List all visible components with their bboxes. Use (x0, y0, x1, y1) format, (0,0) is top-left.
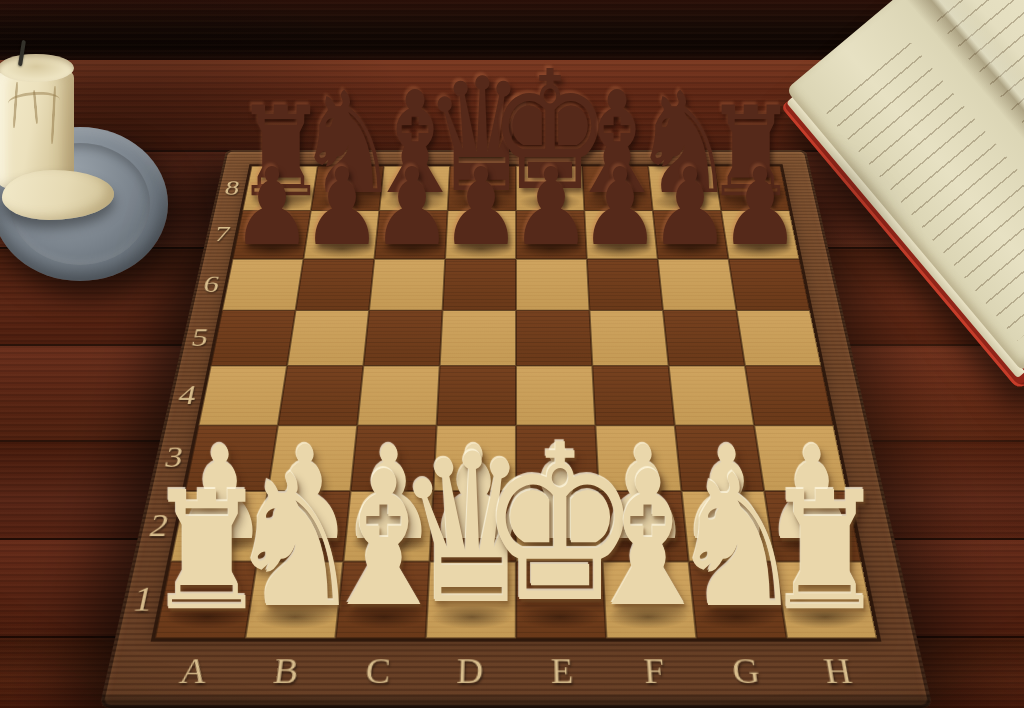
piece-black-pawn-g7[interactable]: ♟ (650, 154, 731, 261)
piece-black-pawn-f7[interactable]: ♟ (580, 154, 661, 261)
pieces-layer: ♜♞♝♛♚♝♞♜♟♟♟♟♟♟♟♟♟♟♟♟♟♟♟♟♜♞♝♛♚♝♞♜ (0, 0, 1024, 708)
piece-white-rook-h1[interactable]: ♜ (764, 470, 887, 633)
scene: { "game": "chess", "position": { "fen": … (0, 0, 1024, 708)
piece-black-pawn-b7[interactable]: ♟ (302, 154, 383, 261)
piece-black-pawn-a7[interactable]: ♟ (232, 154, 313, 261)
piece-black-pawn-h7[interactable]: ♟ (719, 154, 800, 261)
piece-black-pawn-d7[interactable]: ♟ (441, 154, 522, 261)
